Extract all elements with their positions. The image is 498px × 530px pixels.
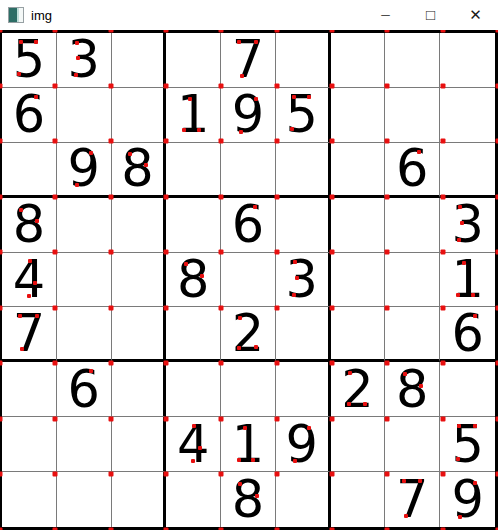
opencv-image-window: img ─ □ ✕ 537619598686348317266284195879	[0, 0, 498, 530]
sudoku-digit: 1	[177, 89, 209, 140]
digit-corner-marker	[33, 281, 37, 285]
sudoku-cell-r8c6: 9	[276, 417, 331, 472]
sudoku-digit: 8	[121, 143, 153, 194]
digit-corner-marker	[238, 482, 242, 486]
sudoku-digit: 5	[451, 419, 483, 470]
sudoku-digit: 8	[177, 254, 209, 305]
sudoku-cell-r6c1: 7	[2, 307, 57, 362]
sudoku-cell-r6c2	[57, 307, 112, 362]
digit-corner-marker	[348, 371, 352, 375]
digit-corner-marker	[19, 40, 23, 44]
digit-corner-marker	[243, 426, 247, 430]
digit-corner-marker	[74, 73, 78, 77]
digit-corner-marker	[192, 424, 196, 428]
sudoku-cell-r7c7: 2	[331, 362, 386, 417]
sudoku-cell-r4c7	[331, 198, 386, 253]
sudoku-digit: 2	[341, 364, 373, 415]
sudoku-cell-r9c9: 9	[440, 472, 495, 527]
sudoku-cell-r3c9	[440, 143, 495, 198]
sudoku-digit: 3	[67, 34, 99, 85]
sudoku-digit: 9	[451, 474, 483, 525]
digit-corner-marker	[17, 72, 21, 76]
digit-corner-marker	[473, 424, 477, 428]
digit-corner-marker	[292, 293, 296, 297]
digit-corner-marker	[404, 514, 408, 518]
digit-corner-marker	[458, 205, 462, 209]
sudoku-digit: 8	[232, 474, 264, 525]
sudoku-cell-r2c5: 9	[221, 88, 276, 143]
digit-corner-marker	[255, 494, 259, 498]
sudoku-cell-r9c1	[2, 472, 57, 527]
sudoku-cell-r2c7	[331, 88, 386, 143]
sudoku-cell-r1c6	[276, 33, 331, 88]
digit-corner-marker	[76, 56, 80, 60]
sudoku-cell-r8c8	[385, 417, 440, 472]
digit-corner-marker	[89, 151, 93, 155]
sudoku-cell-r2c4: 1	[166, 88, 221, 143]
sudoku-cell-r8c4: 4	[166, 417, 221, 472]
digit-corner-marker	[251, 458, 255, 462]
sudoku-cell-r4c9: 3	[440, 198, 495, 253]
digit-corner-marker	[293, 260, 297, 264]
sudoku-cell-r1c8	[385, 33, 440, 88]
sudoku-cell-r3c5	[221, 143, 276, 198]
digit-corner-marker	[418, 479, 422, 483]
digit-corner-marker	[35, 219, 39, 223]
sudoku-cell-r2c3	[112, 88, 167, 143]
sudoku-cell-r9c6	[276, 472, 331, 527]
sudoku-cell-r7c5	[221, 362, 276, 417]
digit-corner-marker	[128, 152, 132, 156]
sudoku-digit: 9	[286, 419, 318, 470]
sudoku-digit: 9	[232, 89, 264, 140]
digit-corner-marker	[75, 41, 79, 45]
digit-corner-marker	[363, 402, 367, 406]
sudoku-digit: 8	[13, 199, 45, 250]
window-title: img	[31, 8, 52, 23]
digit-corner-marker	[419, 384, 423, 388]
digit-corner-marker	[200, 274, 204, 278]
sudoku-cell-r5c1: 4	[2, 253, 57, 308]
sudoku-cell-r4c4	[166, 198, 221, 253]
title-bar[interactable]: img ─ □ ✕	[0, 0, 498, 30]
digit-corner-marker	[35, 314, 39, 318]
digit-corner-marker	[347, 402, 351, 406]
sudoku-cell-r1c7	[331, 33, 386, 88]
digit-corner-marker	[402, 479, 406, 483]
sudoku-cell-r7c8: 8	[385, 362, 440, 417]
digit-corner-marker	[19, 208, 23, 212]
sudoku-digit: 1	[451, 254, 483, 305]
sudoku-cell-r1c2: 3	[57, 33, 112, 88]
digit-corner-marker	[458, 515, 462, 519]
sudoku-cell-r8c3	[112, 417, 167, 472]
sudoku-digit: 3	[286, 254, 318, 305]
sudoku-cell-r4c8	[385, 198, 440, 253]
sudoku-cell-r1c3	[112, 33, 167, 88]
sudoku-cell-r2c6: 5	[276, 88, 331, 143]
minimize-icon: ─	[381, 8, 390, 22]
digit-corner-marker	[293, 459, 297, 463]
sudoku-cell-r2c8	[385, 88, 440, 143]
maximize-button[interactable]: □	[408, 0, 453, 30]
digit-corner-marker	[89, 369, 93, 373]
sudoku-cell-r8c5: 1	[221, 417, 276, 472]
sudoku-cell-r5c5	[221, 253, 276, 308]
sudoku-board: 537619598686348317266284195879	[0, 30, 498, 530]
sudoku-digit: 6	[67, 364, 99, 415]
sudoku-cell-r8c9: 5	[440, 417, 495, 472]
digit-corner-marker	[184, 262, 188, 266]
digit-corner-marker	[238, 316, 242, 320]
sudoku-digit: 1	[232, 419, 264, 470]
digit-corner-marker	[237, 346, 241, 350]
sudoku-cell-r5c6: 3	[276, 253, 331, 308]
sudoku-cell-r2c2	[57, 88, 112, 143]
digit-corner-marker	[191, 459, 195, 463]
sudoku-cell-r7c6	[276, 362, 331, 417]
sudoku-digit: 2	[232, 308, 264, 359]
sudoku-cell-r7c2: 6	[57, 362, 112, 417]
digit-corner-marker	[457, 424, 461, 428]
digit-corner-marker	[34, 95, 38, 99]
sudoku-cell-r6c6	[276, 307, 331, 362]
digit-corner-marker	[295, 276, 299, 280]
digit-corner-marker	[237, 40, 241, 44]
digit-corner-marker	[198, 446, 202, 450]
digit-corner-marker	[239, 130, 243, 134]
sudoku-cell-r7c4	[166, 362, 221, 417]
sudoku-cell-r5c4: 8	[166, 253, 221, 308]
digit-corner-marker	[254, 97, 258, 101]
digit-corner-marker	[28, 259, 32, 263]
sudoku-cell-r5c7	[331, 253, 386, 308]
digit-corner-marker	[18, 314, 22, 318]
sudoku-cell-r8c2	[57, 417, 112, 472]
digit-corner-marker	[237, 458, 241, 462]
digit-corner-marker	[307, 95, 311, 99]
close-icon: ✕	[469, 6, 482, 24]
digit-corner-marker	[188, 97, 192, 101]
sudoku-digit: 8	[396, 364, 428, 415]
sudoku-cell-r9c2	[57, 472, 112, 527]
sudoku-cell-r5c9: 1	[440, 253, 495, 308]
sudoku-digit: 6	[451, 308, 483, 359]
digit-corner-marker	[456, 457, 460, 461]
digit-corner-marker	[182, 128, 186, 132]
digit-corner-marker	[75, 183, 79, 187]
digit-corner-marker	[473, 481, 477, 485]
digit-corner-marker	[290, 127, 294, 131]
sudoku-cell-r9c3	[112, 472, 167, 527]
window-controls: ─ □ ✕	[363, 0, 498, 30]
sudoku-cell-r1c9	[440, 33, 495, 88]
sudoku-cell-r6c8	[385, 307, 440, 362]
sudoku-cell-r2c9	[440, 88, 495, 143]
app-icon	[8, 7, 24, 23]
sudoku-cell-r2c1: 6	[2, 88, 57, 143]
sudoku-cell-r4c3	[112, 198, 167, 253]
sudoku-cell-r9c4	[166, 472, 221, 527]
digit-corner-marker	[197, 128, 201, 132]
digit-corner-marker	[34, 40, 38, 44]
sudoku-cell-r3c1	[2, 143, 57, 198]
sudoku-cell-r7c9	[440, 362, 495, 417]
sudoku-grid: 537619598686348317266284195879	[0, 30, 498, 530]
digit-corner-marker	[254, 40, 258, 44]
sudoku-cell-r6c5: 2	[221, 307, 276, 362]
digit-corner-marker	[457, 238, 461, 242]
sudoku-cell-r9c5: 8	[221, 472, 276, 527]
sudoku-cell-r3c3: 8	[112, 143, 167, 198]
sudoku-digit: 3	[451, 199, 483, 250]
sudoku-cell-r6c7	[331, 307, 386, 362]
digit-corner-marker	[292, 95, 296, 99]
sudoku-cell-r5c2	[57, 253, 112, 308]
digit-corner-marker	[240, 74, 244, 78]
digit-corner-marker	[460, 221, 464, 225]
sudoku-cell-r9c8: 7	[385, 472, 440, 527]
sudoku-digit: 6	[232, 199, 264, 250]
sudoku-digit: 6	[396, 143, 428, 194]
digit-corner-marker	[144, 163, 148, 167]
digit-corner-marker	[471, 293, 475, 297]
sudoku-cell-r9c7	[331, 472, 386, 527]
sudoku-cell-r1c4	[166, 33, 221, 88]
sudoku-cell-r1c1: 5	[2, 33, 57, 88]
sudoku-cell-r6c9: 6	[440, 307, 495, 362]
digit-corner-marker	[462, 261, 466, 265]
sudoku-cell-r4c5: 6	[221, 198, 276, 253]
digit-corner-marker	[307, 426, 311, 430]
sudoku-cell-r4c6	[276, 198, 331, 253]
sudoku-cell-r5c8	[385, 253, 440, 308]
sudoku-cell-r5c3	[112, 253, 167, 308]
digit-corner-marker	[254, 345, 258, 349]
sudoku-cell-r7c1	[2, 362, 57, 417]
maximize-icon: □	[426, 6, 435, 23]
sudoku-cell-r4c2	[57, 198, 112, 253]
sudoku-cell-r3c8: 6	[385, 143, 440, 198]
sudoku-cell-r7c3	[112, 362, 167, 417]
digit-corner-marker	[417, 150, 421, 154]
digit-corner-marker	[253, 205, 257, 209]
close-button[interactable]: ✕	[453, 0, 498, 30]
sudoku-cell-r8c1	[2, 417, 57, 472]
digit-corner-marker	[20, 347, 24, 351]
minimize-button[interactable]: ─	[363, 0, 408, 30]
sudoku-digit: 9	[67, 143, 99, 194]
sudoku-digit: 5	[13, 34, 45, 85]
sudoku-cell-r3c2: 9	[57, 143, 112, 198]
sudoku-cell-r3c6	[276, 143, 331, 198]
sudoku-cell-r6c4	[166, 307, 221, 362]
digit-corner-marker	[473, 314, 477, 318]
sudoku-digit: 5	[286, 89, 318, 140]
digit-corner-marker	[403, 372, 407, 376]
digit-corner-marker	[27, 294, 31, 298]
sudoku-cell-r6c3	[112, 307, 167, 362]
sudoku-digit: 6	[13, 89, 45, 140]
sudoku-cell-r1c5: 7	[221, 33, 276, 88]
digit-corner-marker	[456, 293, 460, 297]
sudoku-cell-r8c7	[331, 417, 386, 472]
sudoku-cell-r4c1: 8	[2, 198, 57, 253]
sudoku-cell-r3c7	[331, 143, 386, 198]
sudoku-cell-r3c4	[166, 143, 221, 198]
